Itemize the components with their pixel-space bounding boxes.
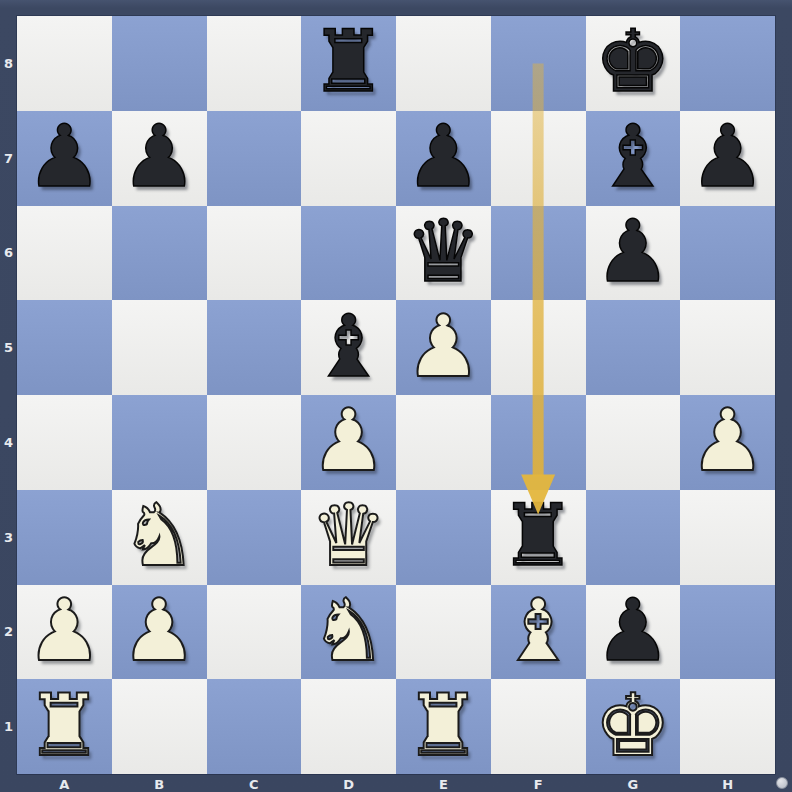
square-e1[interactable]: ♜ (396, 679, 491, 774)
square-a1[interactable]: ♜ (17, 679, 112, 774)
white-pawn-b2[interactable]: ♟ (121, 587, 198, 673)
square-b7[interactable]: ♟ (112, 111, 207, 206)
white-bishop-f2[interactable]: ♝ (500, 587, 577, 673)
file-label-c: C (207, 775, 302, 792)
square-f2[interactable]: ♝ (491, 585, 586, 680)
square-b4[interactable] (112, 395, 207, 490)
logo-dot-icon (776, 777, 788, 789)
square-c3[interactable] (207, 490, 302, 585)
square-h2[interactable] (680, 585, 775, 680)
square-c8[interactable] (207, 16, 302, 111)
file-label-b: B (112, 775, 207, 792)
square-d2[interactable]: ♞ (301, 585, 396, 680)
square-e3[interactable] (396, 490, 491, 585)
square-a6[interactable] (17, 206, 112, 301)
square-e5[interactable]: ♟ (396, 300, 491, 395)
square-g1[interactable]: ♚ (586, 679, 681, 774)
rank-label-3: 3 (0, 490, 17, 585)
rank-label-5: 5 (0, 300, 17, 395)
square-g5[interactable] (586, 300, 681, 395)
square-h3[interactable] (680, 490, 775, 585)
square-d5[interactable]: ♝ (301, 300, 396, 395)
square-f3[interactable]: ♜ (491, 490, 586, 585)
square-d3[interactable]: ♛ (301, 490, 396, 585)
square-g3[interactable] (586, 490, 681, 585)
square-c2[interactable] (207, 585, 302, 680)
white-rook-a1[interactable]: ♜ (26, 682, 103, 768)
square-d6[interactable] (301, 206, 396, 301)
square-b2[interactable]: ♟ (112, 585, 207, 680)
square-a8[interactable] (17, 16, 112, 111)
square-g2[interactable]: ♟ (586, 585, 681, 680)
square-g7[interactable]: ♝ (586, 111, 681, 206)
black-pawn-g6[interactable]: ♟ (594, 208, 671, 294)
square-c7[interactable] (207, 111, 302, 206)
file-label-e: E (396, 775, 491, 792)
square-a7[interactable]: ♟ (17, 111, 112, 206)
square-e6[interactable]: ♛ (396, 206, 491, 301)
square-d1[interactable] (301, 679, 396, 774)
square-h7[interactable]: ♟ (680, 111, 775, 206)
square-f5[interactable] (491, 300, 586, 395)
white-knight-b3[interactable]: ♞ (121, 492, 198, 578)
black-bishop-d5[interactable]: ♝ (310, 303, 387, 389)
white-pawn-a2[interactable]: ♟ (26, 587, 103, 673)
square-f6[interactable] (491, 206, 586, 301)
square-e2[interactable] (396, 585, 491, 680)
black-rook-d8[interactable]: ♜ (310, 18, 387, 104)
square-a4[interactable] (17, 395, 112, 490)
square-g6[interactable]: ♟ (586, 206, 681, 301)
square-b3[interactable]: ♞ (112, 490, 207, 585)
white-pawn-h4[interactable]: ♟ (689, 397, 766, 483)
square-a5[interactable] (17, 300, 112, 395)
rank-label-1: 1 (0, 679, 17, 774)
rank-labels: 87654321 (0, 16, 17, 774)
chess-board-frame: ♜♚♟♟♟♝♟♛♟♝♟♟♟♞♛♜♟♟♞♝♟♜♜♚ 87654321 ABCDEF… (0, 0, 792, 792)
square-c1[interactable] (207, 679, 302, 774)
black-pawn-g2[interactable]: ♟ (594, 587, 671, 673)
black-pawn-a7[interactable]: ♟ (26, 113, 103, 199)
rank-label-2: 2 (0, 585, 17, 680)
file-label-f: F (491, 775, 586, 792)
white-rook-e1[interactable]: ♜ (405, 682, 482, 768)
black-pawn-e7[interactable]: ♟ (405, 113, 482, 199)
square-c6[interactable] (207, 206, 302, 301)
file-labels: ABCDEFGH (17, 774, 775, 792)
square-h1[interactable] (680, 679, 775, 774)
square-b8[interactable] (112, 16, 207, 111)
black-king-g8[interactable]: ♚ (594, 18, 671, 104)
square-e4[interactable] (396, 395, 491, 490)
file-label-d: D (301, 775, 396, 792)
square-h5[interactable] (680, 300, 775, 395)
white-king-g1[interactable]: ♚ (594, 682, 671, 768)
square-h8[interactable] (680, 16, 775, 111)
square-g4[interactable] (586, 395, 681, 490)
black-pawn-b7[interactable]: ♟ (121, 113, 198, 199)
rank-label-8: 8 (0, 16, 17, 111)
black-bishop-g7[interactable]: ♝ (594, 113, 671, 199)
square-g8[interactable]: ♚ (586, 16, 681, 111)
square-b6[interactable] (112, 206, 207, 301)
rank-label-4: 4 (0, 395, 17, 490)
board: ♜♚♟♟♟♝♟♛♟♝♟♟♟♞♛♜♟♟♞♝♟♜♜♚ (17, 16, 775, 774)
square-e8[interactable] (396, 16, 491, 111)
square-c4[interactable] (207, 395, 302, 490)
square-f7[interactable] (491, 111, 586, 206)
square-d8[interactable]: ♜ (301, 16, 396, 111)
square-f1[interactable] (491, 679, 586, 774)
square-d4[interactable]: ♟ (301, 395, 396, 490)
square-a2[interactable]: ♟ (17, 585, 112, 680)
square-e7[interactable]: ♟ (396, 111, 491, 206)
file-label-h: H (680, 775, 775, 792)
file-label-a: A (17, 775, 112, 792)
square-c5[interactable] (207, 300, 302, 395)
black-queen-e6[interactable]: ♛ (405, 208, 482, 294)
black-pawn-h7[interactable]: ♟ (689, 113, 766, 199)
rank-label-7: 7 (0, 111, 17, 206)
white-knight-d2[interactable]: ♞ (310, 587, 387, 673)
square-h6[interactable] (680, 206, 775, 301)
white-queen-d3[interactable]: ♛ (310, 492, 387, 578)
square-f4[interactable] (491, 395, 586, 490)
square-d7[interactable] (301, 111, 396, 206)
square-h4[interactable]: ♟ (680, 395, 775, 490)
rank-label-6: 6 (0, 206, 17, 301)
file-label-g: G (586, 775, 681, 792)
white-pawn-d4[interactable]: ♟ (310, 397, 387, 483)
square-f8[interactable] (491, 16, 586, 111)
square-a3[interactable] (17, 490, 112, 585)
square-b1[interactable] (112, 679, 207, 774)
square-b5[interactable] (112, 300, 207, 395)
white-pawn-e5[interactable]: ♟ (405, 303, 482, 389)
black-rook-f3[interactable]: ♜ (500, 492, 577, 578)
